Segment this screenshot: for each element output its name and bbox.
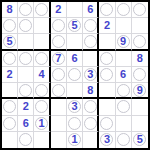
cell-r2c7[interactable]: 2: [99, 18, 115, 34]
cell-r7c3[interactable]: [34, 99, 50, 115]
given-digit: 1: [71, 134, 77, 145]
given-digit: 9: [137, 85, 143, 96]
given-digit: 7: [55, 53, 61, 64]
cell-r8c9[interactable]: [132, 116, 148, 132]
odd-circle-mark: [19, 84, 32, 97]
cell-r5c6[interactable]: 3: [83, 67, 99, 83]
cell-r7c8[interactable]: [116, 99, 132, 115]
odd-circle-mark: [35, 84, 48, 97]
odd-circle-mark: 1: [35, 117, 48, 130]
cell-r8c7[interactable]: [99, 116, 115, 132]
cell-r4c8[interactable]: [116, 51, 132, 67]
cell-r1c7[interactable]: [99, 2, 115, 18]
cell-r1c2[interactable]: [18, 2, 34, 18]
odd-circle-mark: [133, 68, 146, 81]
odd-circle-mark: 3: [100, 133, 113, 146]
cell-r6c8[interactable]: [116, 83, 132, 99]
cell-r7c1[interactable]: [2, 99, 18, 115]
odd-circle-mark: [52, 68, 65, 81]
cell-r9c5[interactable]: 1: [67, 132, 83, 148]
odd-circle-mark: [100, 117, 113, 130]
cell-r3c2[interactable]: [18, 34, 34, 50]
odd-circle-mark: [3, 117, 16, 130]
odd-circle-mark: [117, 100, 130, 113]
cell-r3c5[interactable]: [67, 34, 83, 50]
cell-r1c5[interactable]: [67, 2, 83, 18]
given-digit: 2: [7, 69, 13, 80]
given-digit: 5: [137, 134, 143, 145]
cell-r3c6[interactable]: [83, 34, 99, 50]
cell-r8c2[interactable]: 6: [18, 116, 34, 132]
odd-circle-mark: 1: [68, 133, 81, 146]
cell-r3c7[interactable]: [99, 34, 115, 50]
cell-r9c7[interactable]: 3: [99, 132, 115, 148]
cell-r1c9[interactable]: [132, 2, 148, 18]
cell-r8c4[interactable]: [51, 116, 67, 132]
odd-circle-mark: [84, 100, 97, 113]
cell-r8c3[interactable]: 1: [34, 116, 50, 132]
cell-r7c9[interactable]: [132, 99, 148, 115]
cell-r3c4[interactable]: [51, 34, 67, 50]
cell-r6c1[interactable]: [2, 83, 18, 99]
odd-circle-mark: [84, 35, 97, 48]
odd-circle-mark: [3, 52, 16, 65]
odd-circle-mark: [19, 52, 32, 65]
odd-circle-mark: [133, 35, 146, 48]
odd-circle-mark: [133, 3, 146, 16]
cell-r7c5[interactable]: 3: [67, 99, 83, 115]
cell-r2c2[interactable]: [18, 18, 34, 34]
odd-circle-mark: 5: [3, 35, 16, 48]
given-digit: 3: [87, 69, 93, 80]
odd-circle-mark: [19, 3, 32, 16]
odd-circle-mark: [19, 19, 32, 32]
cell-r7c7[interactable]: [99, 99, 115, 115]
given-digit: 6: [87, 4, 93, 15]
cell-r5c3[interactable]: 4: [34, 67, 50, 83]
odd-circle-mark: 7: [52, 52, 65, 65]
cell-r6c3[interactable]: [34, 83, 50, 99]
odd-circle-mark: [84, 117, 97, 130]
given-digit: 9: [120, 36, 126, 47]
cell-r3c8[interactable]: 9: [116, 34, 132, 50]
cell-r8c5[interactable]: [67, 116, 83, 132]
cell-r6c2[interactable]: [18, 83, 34, 99]
odd-circle-mark: [52, 84, 65, 97]
odd-circle-mark: [117, 84, 130, 97]
cell-r8c8[interactable]: [116, 116, 132, 132]
cell-r5c2[interactable]: [18, 67, 34, 83]
given-digit: 8: [87, 85, 93, 96]
cell-r9c9[interactable]: 5: [132, 132, 148, 148]
given-digit: 3: [104, 134, 110, 145]
sudoku-board: 82652597682436892361135: [0, 0, 150, 150]
cell-r2c1[interactable]: [2, 18, 18, 34]
cell-r6c9[interactable]: 9: [132, 83, 148, 99]
cell-r6c5[interactable]: [67, 83, 83, 99]
cell-r2c3[interactable]: [34, 18, 50, 34]
cell-r7c4[interactable]: [51, 99, 67, 115]
odd-circle-mark: 3: [68, 100, 81, 113]
odd-circle-mark: [3, 100, 16, 113]
given-digit: 6: [71, 53, 77, 64]
given-digit: 6: [23, 118, 29, 129]
cell-r7c2[interactable]: 2: [18, 99, 34, 115]
odd-circle-mark: 3: [84, 68, 97, 81]
odd-circle-mark: [35, 100, 48, 113]
given-digit: 6: [120, 69, 126, 80]
cell-r4c1[interactable]: [2, 51, 18, 67]
cell-r2c5[interactable]: 5: [67, 18, 83, 34]
cell-r4c6[interactable]: [83, 51, 99, 67]
cell-r1c4[interactable]: 2: [51, 2, 67, 18]
given-digit: 5: [71, 20, 77, 31]
odd-circle-mark: [35, 52, 48, 65]
cell-r1c8[interactable]: [116, 2, 132, 18]
cell-r9c8[interactable]: [116, 132, 132, 148]
cell-r1c3[interactable]: [34, 2, 50, 18]
given-digit: 2: [55, 4, 61, 15]
cell-r5c7[interactable]: [99, 67, 115, 83]
given-digit: 3: [71, 101, 77, 112]
given-digit: 2: [104, 20, 110, 31]
cell-r4c2[interactable]: [18, 51, 34, 67]
odd-circle-mark: 5: [133, 133, 146, 146]
cell-r3c3[interactable]: [34, 34, 50, 50]
cell-r6c7[interactable]: [99, 83, 115, 99]
given-digit: 4: [38, 69, 44, 80]
cell-r4c3[interactable]: [34, 51, 50, 67]
odd-circle-mark: 5: [68, 19, 81, 32]
cell-r9c6[interactable]: [83, 132, 99, 148]
odd-circle-mark: [117, 133, 130, 146]
cell-r5c8[interactable]: 6: [116, 67, 132, 83]
cell-r4c9[interactable]: 8: [132, 51, 148, 67]
given-digit: 8: [137, 53, 143, 64]
cell-r8c1[interactable]: [2, 116, 18, 132]
given-digit: 8: [7, 4, 13, 15]
given-digit: 5: [7, 36, 13, 47]
cell-r4c7[interactable]: [99, 51, 115, 67]
odd-circle-mark: [84, 19, 97, 32]
cell-r1c1[interactable]: 8: [2, 2, 18, 18]
cell-r4c5[interactable]: 6: [67, 51, 83, 67]
odd-circle-mark: [35, 3, 48, 16]
cell-r5c1[interactable]: 2: [2, 67, 18, 83]
odd-circle-mark: [3, 19, 16, 32]
cell-r2c4[interactable]: [51, 18, 67, 34]
given-digit: 2: [23, 101, 29, 112]
cell-r9c4[interactable]: [51, 132, 67, 148]
cell-r2c9[interactable]: [132, 18, 148, 34]
odd-circle-mark: [100, 52, 113, 65]
given-digit: 1: [38, 118, 44, 129]
odd-circle-mark: 9: [133, 84, 146, 97]
cell-r3c9[interactable]: [132, 34, 148, 50]
cell-r8c6[interactable]: [83, 116, 99, 132]
cell-r5c9[interactable]: [132, 67, 148, 83]
cell-r6c6[interactable]: 8: [83, 83, 99, 99]
odd-circle-mark: 9: [117, 35, 130, 48]
odd-circle-mark: [117, 3, 130, 16]
odd-circle-mark: [100, 3, 113, 16]
cell-r2c6[interactable]: [83, 18, 99, 34]
odd-circle-mark: [100, 68, 113, 81]
odd-circle-mark: [52, 35, 65, 48]
cell-r4c4[interactable]: 7: [51, 51, 67, 67]
cell-r9c2[interactable]: [18, 132, 34, 148]
cell-r7c6[interactable]: [83, 99, 99, 115]
odd-circle-mark: [52, 19, 65, 32]
cell-r1c6[interactable]: 6: [83, 2, 99, 18]
cell-r5c5[interactable]: [67, 67, 83, 83]
cell-r3c1[interactable]: 5: [2, 34, 18, 50]
cell-r2c8[interactable]: [116, 18, 132, 34]
odd-circle-mark: [68, 68, 81, 81]
odd-circle-mark: [68, 117, 81, 130]
cell-r9c1[interactable]: [2, 132, 18, 148]
cell-r9c3[interactable]: [34, 132, 50, 148]
cell-r5c4[interactable]: [51, 67, 67, 83]
cell-r6c4[interactable]: [51, 83, 67, 99]
odd-circle-mark: [19, 133, 32, 146]
